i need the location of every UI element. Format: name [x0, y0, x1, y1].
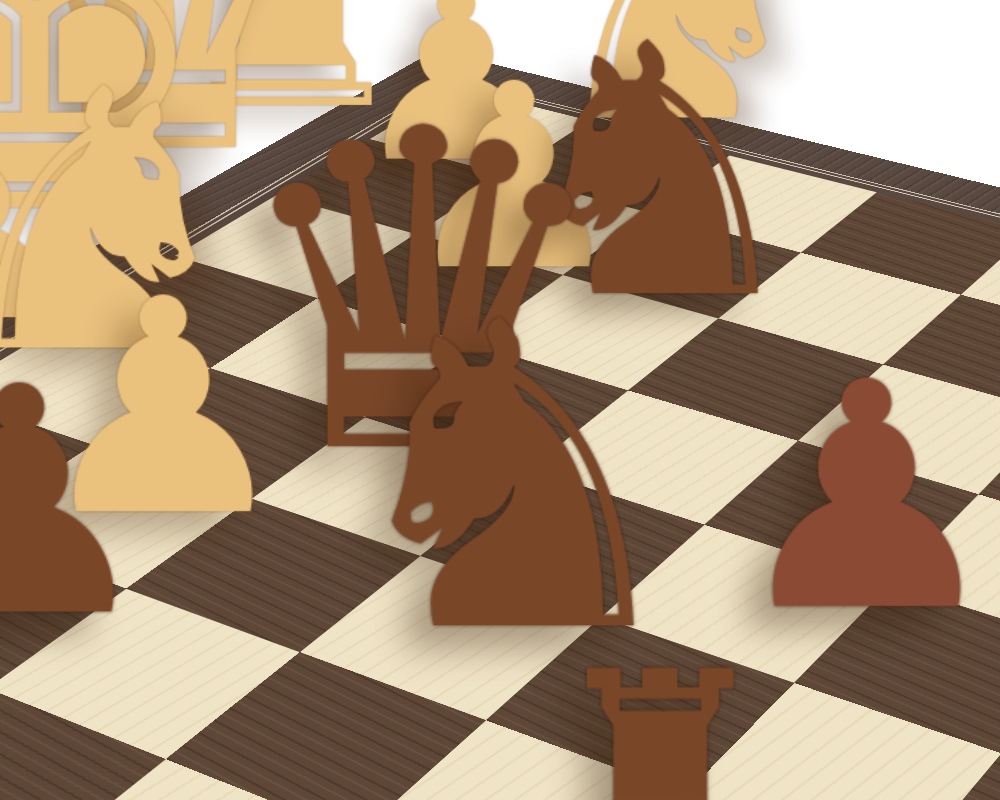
- piece-black-rook-f2[interactable]: ♜: [544, 637, 777, 800]
- piece-black-pawn-f4[interactable]: ♟: [726, 342, 1000, 655]
- chess-board: ♞♜♟♛♟♞♚♟♞♛♟♟♞♟♟♜: [0, 50, 1000, 800]
- playing-area: ♞♜♟♛♟♞♚♟♞♛♟♟♞♟♟♜: [0, 87, 1000, 800]
- piece-black-pawn-c2[interactable]: ♟: [0, 346, 160, 660]
- chess-set-photo: ♞♜♟♛♟♞♚♟♞♛♟♟♞♟♟♜: [0, 0, 1000, 800]
- square-c2[interactable]: ♟: [0, 589, 300, 760]
